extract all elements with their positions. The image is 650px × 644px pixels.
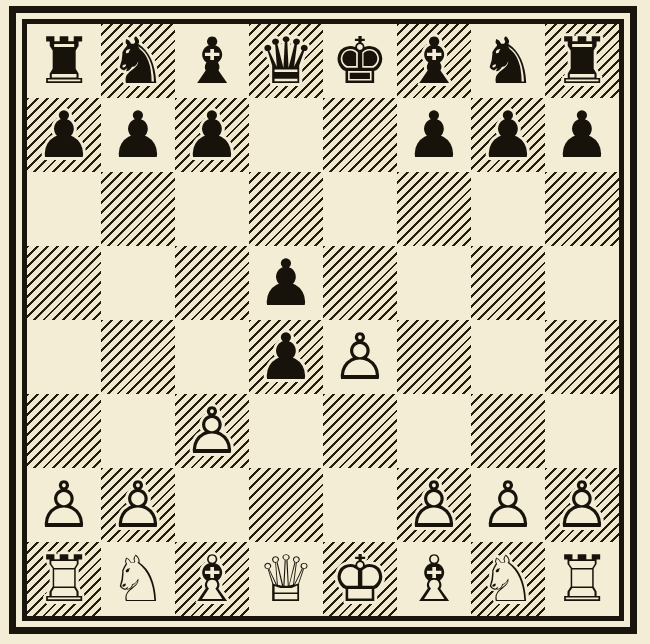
square-d7[interactable] (249, 98, 323, 172)
black-knight-piece: ♞ (471, 24, 545, 98)
black-pawn-piece: ♟ (249, 246, 323, 320)
white-bishop-piece: ♝♗ (175, 542, 249, 616)
square-f4[interactable] (397, 320, 471, 394)
square-b2[interactable]: ♟♙ (101, 468, 175, 542)
square-b5[interactable] (101, 246, 175, 320)
square-e1[interactable]: ♚♔ (323, 542, 397, 616)
white-knight-piece: ♞♘ (101, 542, 175, 616)
black-knight-piece: ♞ (101, 24, 175, 98)
square-h3[interactable] (545, 394, 619, 468)
square-c1[interactable]: ♝♗ (175, 542, 249, 616)
white-pawn-piece: ♟♙ (101, 468, 175, 542)
square-a4[interactable] (27, 320, 101, 394)
white-pawn-piece: ♟♙ (175, 394, 249, 468)
white-rook-piece-outline: ♖ (27, 542, 101, 616)
square-e3[interactable] (323, 394, 397, 468)
white-rook-piece: ♜♖ (27, 542, 101, 616)
black-pawn-piece: ♟ (471, 98, 545, 172)
white-pawn-piece-outline: ♙ (101, 468, 175, 542)
square-c7[interactable]: ♟ (175, 98, 249, 172)
black-rook-piece: ♜ (545, 24, 619, 98)
black-rook-piece: ♜ (27, 24, 101, 98)
white-rook-piece: ♜♖ (545, 542, 619, 616)
square-g6[interactable] (471, 172, 545, 246)
square-e2[interactable] (323, 468, 397, 542)
square-c2[interactable] (175, 468, 249, 542)
square-g7[interactable]: ♟ (471, 98, 545, 172)
black-pawn-piece: ♟ (27, 98, 101, 172)
square-c3[interactable]: ♟♙ (175, 394, 249, 468)
white-knight-piece-outline: ♘ (101, 542, 175, 616)
white-pawn-piece-outline: ♙ (471, 468, 545, 542)
square-d8[interactable]: ♛ (249, 24, 323, 98)
square-d4[interactable]: ♟ (249, 320, 323, 394)
square-d2[interactable] (249, 468, 323, 542)
white-queen-piece-outline: ♕ (249, 542, 323, 616)
white-pawn-piece-outline: ♙ (397, 468, 471, 542)
square-g8[interactable]: ♞ (471, 24, 545, 98)
square-f8[interactable]: ♝ (397, 24, 471, 98)
white-pawn-piece-outline: ♙ (323, 320, 397, 394)
square-h5[interactable] (545, 246, 619, 320)
square-c5[interactable] (175, 246, 249, 320)
square-e4[interactable]: ♟♙ (323, 320, 397, 394)
square-f5[interactable] (397, 246, 471, 320)
black-pawn-piece: ♟ (101, 98, 175, 172)
square-h8[interactable]: ♜ (545, 24, 619, 98)
white-pawn-piece: ♟♙ (471, 468, 545, 542)
white-king-piece: ♚♔ (323, 542, 397, 616)
black-queen-piece: ♛ (249, 24, 323, 98)
square-f7[interactable]: ♟ (397, 98, 471, 172)
square-a8[interactable]: ♜ (27, 24, 101, 98)
white-queen-piece: ♛♕ (249, 542, 323, 616)
square-b7[interactable]: ♟ (101, 98, 175, 172)
white-pawn-piece: ♟♙ (545, 468, 619, 542)
chess-board: ♜♞♝♛♚♝♞♜♟♟♟♟♟♟♟♟♟♙♟♙♟♙♟♙♟♙♟♙♟♙♜♖♞♘♝♗♛♕♚♔… (27, 24, 619, 616)
white-bishop-piece-outline: ♗ (175, 542, 249, 616)
square-d5[interactable]: ♟ (249, 246, 323, 320)
square-a1[interactable]: ♜♖ (27, 542, 101, 616)
black-bishop-piece: ♝ (397, 24, 471, 98)
square-c8[interactable]: ♝ (175, 24, 249, 98)
square-c4[interactable] (175, 320, 249, 394)
white-pawn-piece-outline: ♙ (545, 468, 619, 542)
square-h2[interactable]: ♟♙ (545, 468, 619, 542)
square-g4[interactable] (471, 320, 545, 394)
square-b1[interactable]: ♞♘ (101, 542, 175, 616)
square-f1[interactable]: ♝♗ (397, 542, 471, 616)
square-h6[interactable] (545, 172, 619, 246)
square-a6[interactable] (27, 172, 101, 246)
square-e5[interactable] (323, 246, 397, 320)
square-a2[interactable]: ♟♙ (27, 468, 101, 542)
white-bishop-piece: ♝♗ (397, 542, 471, 616)
square-a5[interactable] (27, 246, 101, 320)
diagram-inner-frame: ♜♞♝♛♚♝♞♜♟♟♟♟♟♟♟♟♟♙♟♙♟♙♟♙♟♙♟♙♟♙♜♖♞♘♝♗♛♕♚♔… (22, 19, 624, 621)
square-a7[interactable]: ♟ (27, 98, 101, 172)
square-c6[interactable] (175, 172, 249, 246)
square-e8[interactable]: ♚ (323, 24, 397, 98)
square-b3[interactable] (101, 394, 175, 468)
square-h1[interactable]: ♜♖ (545, 542, 619, 616)
square-d1[interactable]: ♛♕ (249, 542, 323, 616)
black-pawn-piece: ♟ (545, 98, 619, 172)
square-h7[interactable]: ♟ (545, 98, 619, 172)
square-b4[interactable] (101, 320, 175, 394)
square-b6[interactable] (101, 172, 175, 246)
white-pawn-piece: ♟♙ (27, 468, 101, 542)
square-g3[interactable] (471, 394, 545, 468)
black-bishop-piece: ♝ (175, 24, 249, 98)
white-pawn-piece: ♟♙ (323, 320, 397, 394)
square-g5[interactable] (471, 246, 545, 320)
square-f2[interactable]: ♟♙ (397, 468, 471, 542)
square-f3[interactable] (397, 394, 471, 468)
square-d6[interactable] (249, 172, 323, 246)
white-pawn-piece-outline: ♙ (27, 468, 101, 542)
white-knight-piece-outline: ♘ (471, 542, 545, 616)
square-a3[interactable] (27, 394, 101, 468)
black-pawn-piece: ♟ (175, 98, 249, 172)
square-f6[interactable] (397, 172, 471, 246)
square-b8[interactable]: ♞ (101, 24, 175, 98)
white-pawn-piece: ♟♙ (397, 468, 471, 542)
white-king-piece-outline: ♔ (323, 542, 397, 616)
square-e6[interactable] (323, 172, 397, 246)
white-rook-piece-outline: ♖ (545, 542, 619, 616)
square-g1[interactable]: ♞♘ (471, 542, 545, 616)
square-e7[interactable] (323, 98, 397, 172)
black-king-piece: ♚ (323, 24, 397, 98)
black-pawn-piece: ♟ (249, 320, 323, 394)
diagram-outer-frame: ♜♞♝♛♚♝♞♜♟♟♟♟♟♟♟♟♟♙♟♙♟♙♟♙♟♙♟♙♟♙♜♖♞♘♝♗♛♕♚♔… (9, 6, 637, 634)
white-pawn-piece-outline: ♙ (175, 394, 249, 468)
square-h4[interactable] (545, 320, 619, 394)
square-g2[interactable]: ♟♙ (471, 468, 545, 542)
chess-diagram: ♜♞♝♛♚♝♞♜♟♟♟♟♟♟♟♟♟♙♟♙♟♙♟♙♟♙♟♙♟♙♜♖♞♘♝♗♛♕♚♔… (0, 0, 650, 644)
white-bishop-piece-outline: ♗ (397, 542, 471, 616)
black-pawn-piece: ♟ (397, 98, 471, 172)
white-knight-piece: ♞♘ (471, 542, 545, 616)
square-d3[interactable] (249, 394, 323, 468)
